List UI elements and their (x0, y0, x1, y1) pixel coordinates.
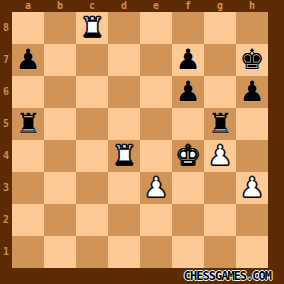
file-label-d: d (108, 0, 140, 12)
square-b3[interactable] (44, 172, 76, 204)
rank-label-6: 6 (0, 76, 12, 108)
file-label-e: e (140, 0, 172, 12)
square-e2[interactable] (140, 204, 172, 236)
square-b1[interactable] (44, 236, 76, 268)
square-e3[interactable]: ♟ (140, 172, 172, 204)
square-g8[interactable] (204, 12, 236, 44)
square-d5[interactable] (108, 108, 140, 140)
black-rook-a5: ♜ (15, 108, 40, 140)
square-d2[interactable] (108, 204, 140, 236)
black-pawn-f6: ♟ (175, 76, 200, 108)
square-b6[interactable] (44, 76, 76, 108)
rank-label-8: 8 (0, 12, 12, 44)
square-a3[interactable] (12, 172, 44, 204)
square-d6[interactable] (108, 76, 140, 108)
square-e6[interactable] (140, 76, 172, 108)
rank-label-1: 1 (0, 236, 12, 268)
square-g2[interactable] (204, 204, 236, 236)
rank-label-5: 5 (0, 108, 12, 140)
square-h2[interactable] (236, 204, 268, 236)
square-g4[interactable]: ♟ (204, 140, 236, 172)
square-a6[interactable] (12, 76, 44, 108)
file-label-a: a (12, 0, 44, 12)
square-h8[interactable] (236, 12, 268, 44)
square-a7[interactable]: ♟ (12, 44, 44, 76)
white-pawn-h3: ♟ (239, 172, 264, 204)
square-c3[interactable] (76, 172, 108, 204)
square-h1[interactable] (236, 236, 268, 268)
square-f2[interactable] (172, 204, 204, 236)
square-d1[interactable] (108, 236, 140, 268)
square-h3[interactable]: ♟ (236, 172, 268, 204)
rank-label-2: 2 (0, 204, 12, 236)
square-f4[interactable]: ♚ (172, 140, 204, 172)
square-c4[interactable] (76, 140, 108, 172)
square-b5[interactable] (44, 108, 76, 140)
square-c1[interactable] (76, 236, 108, 268)
white-rook-c8: ♜ (79, 12, 104, 44)
square-f5[interactable] (172, 108, 204, 140)
file-label-g: g (204, 0, 236, 12)
square-g3[interactable] (204, 172, 236, 204)
chess-diagram: abcdefgh 87654321 ♜♟♟♚♟♟♜♜♜♚♟♟♟ CHESSGAM… (0, 0, 284, 284)
square-a1[interactable] (12, 236, 44, 268)
square-a5[interactable]: ♜ (12, 108, 44, 140)
file-label-h: h (236, 0, 268, 12)
black-pawn-a7: ♟ (15, 44, 40, 76)
square-h7[interactable]: ♚ (236, 44, 268, 76)
square-h4[interactable] (236, 140, 268, 172)
black-pawn-f7: ♟ (175, 44, 200, 76)
rank-label-7: 7 (0, 44, 12, 76)
square-g6[interactable] (204, 76, 236, 108)
file-label-b: b (44, 0, 76, 12)
square-d7[interactable] (108, 44, 140, 76)
square-f8[interactable] (172, 12, 204, 44)
square-a8[interactable] (12, 12, 44, 44)
black-pawn-h6: ♟ (239, 76, 264, 108)
square-f6[interactable]: ♟ (172, 76, 204, 108)
square-h5[interactable] (236, 108, 268, 140)
white-rook-d4: ♜ (111, 140, 136, 172)
square-b7[interactable] (44, 44, 76, 76)
square-f3[interactable] (172, 172, 204, 204)
file-label-f: f (172, 0, 204, 12)
rank-label-3: 3 (0, 172, 12, 204)
white-king-f4: ♚ (175, 140, 200, 172)
square-g5[interactable]: ♜ (204, 108, 236, 140)
square-d4[interactable]: ♜ (108, 140, 140, 172)
square-g1[interactable] (204, 236, 236, 268)
chess-board: ♜♟♟♚♟♟♜♜♜♚♟♟♟ (12, 12, 268, 268)
square-c8[interactable]: ♜ (76, 12, 108, 44)
square-e7[interactable] (140, 44, 172, 76)
square-d8[interactable] (108, 12, 140, 44)
square-b2[interactable] (44, 204, 76, 236)
square-c2[interactable] (76, 204, 108, 236)
square-c5[interactable] (76, 108, 108, 140)
square-e8[interactable] (140, 12, 172, 44)
square-d3[interactable] (108, 172, 140, 204)
chessgames-watermark: CHESSGAMES.COM (184, 269, 271, 284)
black-rook-g5: ♜ (207, 108, 232, 140)
square-b8[interactable] (44, 12, 76, 44)
square-c7[interactable] (76, 44, 108, 76)
square-a2[interactable] (12, 204, 44, 236)
square-f7[interactable]: ♟ (172, 44, 204, 76)
square-e4[interactable] (140, 140, 172, 172)
square-g7[interactable] (204, 44, 236, 76)
white-pawn-e3: ♟ (143, 172, 168, 204)
square-a4[interactable] (12, 140, 44, 172)
white-pawn-g4: ♟ (207, 140, 232, 172)
square-h6[interactable]: ♟ (236, 76, 268, 108)
square-b4[interactable] (44, 140, 76, 172)
rank-label-4: 4 (0, 140, 12, 172)
square-f1[interactable] (172, 236, 204, 268)
black-king-h7: ♚ (239, 44, 264, 76)
square-e1[interactable] (140, 236, 172, 268)
square-c6[interactable] (76, 76, 108, 108)
square-e5[interactable] (140, 108, 172, 140)
